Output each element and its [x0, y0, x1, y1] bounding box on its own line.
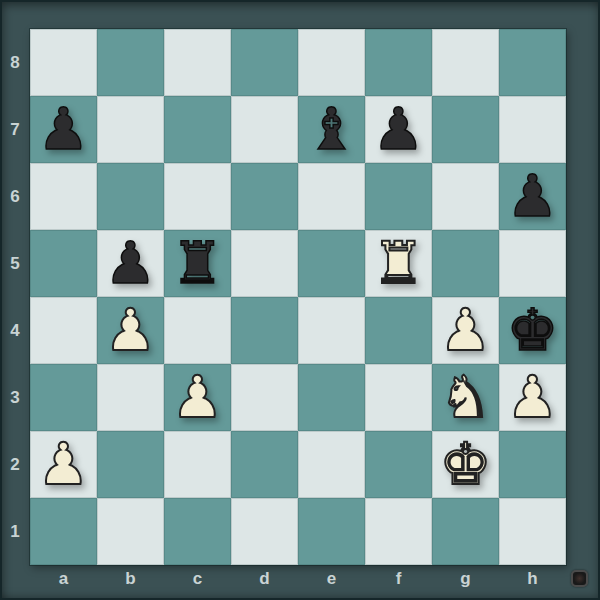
- square-f5[interactable]: ♜: [365, 230, 432, 297]
- square-f2[interactable]: [365, 431, 432, 498]
- chessboard-frame: 87654321 ♟♝♟♟♟♜♜♟♟♚♟♞♟♟♚ abcdefgh: [0, 0, 600, 600]
- square-a4[interactable]: [30, 297, 97, 364]
- square-g8[interactable]: [432, 29, 499, 96]
- square-c1[interactable]: [164, 498, 231, 565]
- square-h8[interactable]: [499, 29, 566, 96]
- square-b3[interactable]: [97, 364, 164, 431]
- rank-label-2: 2: [0, 431, 30, 498]
- square-b5[interactable]: ♟: [97, 230, 164, 297]
- square-e4[interactable]: [298, 297, 365, 364]
- rank-label-3: 3: [0, 364, 30, 431]
- piece-white-king[interactable]: ♚: [440, 431, 492, 498]
- square-g4[interactable]: ♟: [432, 297, 499, 364]
- square-f8[interactable]: [365, 29, 432, 96]
- square-c6[interactable]: [164, 163, 231, 230]
- square-f6[interactable]: [365, 163, 432, 230]
- rank-label-7: 7: [0, 96, 30, 163]
- square-g3[interactable]: ♞: [432, 364, 499, 431]
- piece-black-rook[interactable]: ♜: [172, 230, 224, 297]
- square-h3[interactable]: ♟: [499, 364, 566, 431]
- square-c7[interactable]: [164, 96, 231, 163]
- file-label-b: b: [97, 566, 164, 592]
- square-e7[interactable]: ♝: [298, 96, 365, 163]
- square-a3[interactable]: [30, 364, 97, 431]
- square-g1[interactable]: [432, 498, 499, 565]
- square-e3[interactable]: [298, 364, 365, 431]
- rank-label-1: 1: [0, 498, 30, 565]
- square-e5[interactable]: [298, 230, 365, 297]
- square-d6[interactable]: [231, 163, 298, 230]
- rank-label-6: 6: [0, 163, 30, 230]
- chessboard: ♟♝♟♟♟♜♜♟♟♚♟♞♟♟♚: [30, 29, 566, 565]
- piece-white-pawn[interactable]: ♟: [105, 297, 157, 364]
- square-h5[interactable]: [499, 230, 566, 297]
- file-label-e: e: [298, 566, 365, 592]
- piece-white-pawn[interactable]: ♟: [38, 431, 90, 498]
- piece-black-pawn[interactable]: ♟: [38, 96, 90, 163]
- rank-label-8: 8: [0, 29, 30, 96]
- square-a8[interactable]: [30, 29, 97, 96]
- piece-white-pawn[interactable]: ♟: [172, 364, 224, 431]
- piece-white-knight[interactable]: ♞: [440, 364, 492, 431]
- square-e2[interactable]: [298, 431, 365, 498]
- square-g7[interactable]: [432, 96, 499, 163]
- piece-white-pawn[interactable]: ♟: [440, 297, 492, 364]
- square-a2[interactable]: ♟: [30, 431, 97, 498]
- square-h7[interactable]: [499, 96, 566, 163]
- rank-labels: 87654321: [0, 29, 30, 565]
- piece-black-pawn[interactable]: ♟: [373, 96, 425, 163]
- square-b6[interactable]: [97, 163, 164, 230]
- rank-label-5: 5: [0, 230, 30, 297]
- file-label-d: d: [231, 566, 298, 592]
- rank-label-4: 4: [0, 297, 30, 364]
- file-labels: abcdefgh: [30, 566, 566, 594]
- square-c5[interactable]: ♜: [164, 230, 231, 297]
- square-g5[interactable]: [432, 230, 499, 297]
- file-label-a: a: [30, 566, 97, 592]
- square-d4[interactable]: [231, 297, 298, 364]
- square-f7[interactable]: ♟: [365, 96, 432, 163]
- square-a5[interactable]: [30, 230, 97, 297]
- square-a6[interactable]: [30, 163, 97, 230]
- square-f1[interactable]: [365, 498, 432, 565]
- square-a7[interactable]: ♟: [30, 96, 97, 163]
- square-d7[interactable]: [231, 96, 298, 163]
- piece-white-rook[interactable]: ♜: [373, 230, 425, 297]
- square-d8[interactable]: [231, 29, 298, 96]
- square-f4[interactable]: [365, 297, 432, 364]
- square-b7[interactable]: [97, 96, 164, 163]
- square-d1[interactable]: [231, 498, 298, 565]
- square-g2[interactable]: ♚: [432, 431, 499, 498]
- piece-black-king[interactable]: ♚: [507, 297, 559, 364]
- square-e1[interactable]: [298, 498, 365, 565]
- square-f3[interactable]: [365, 364, 432, 431]
- square-d3[interactable]: [231, 364, 298, 431]
- square-e8[interactable]: [298, 29, 365, 96]
- black-to-move-indicator: [571, 570, 588, 587]
- square-e6[interactable]: [298, 163, 365, 230]
- file-label-f: f: [365, 566, 432, 592]
- square-h6[interactable]: ♟: [499, 163, 566, 230]
- square-c4[interactable]: [164, 297, 231, 364]
- square-b1[interactable]: [97, 498, 164, 565]
- file-label-c: c: [164, 566, 231, 592]
- square-h1[interactable]: [499, 498, 566, 565]
- piece-white-pawn[interactable]: ♟: [507, 364, 559, 431]
- file-label-g: g: [432, 566, 499, 592]
- square-d5[interactable]: [231, 230, 298, 297]
- piece-black-pawn[interactable]: ♟: [507, 163, 559, 230]
- square-a1[interactable]: [30, 498, 97, 565]
- square-c8[interactable]: [164, 29, 231, 96]
- square-c2[interactable]: [164, 431, 231, 498]
- square-b4[interactable]: ♟: [97, 297, 164, 364]
- square-h2[interactable]: [499, 431, 566, 498]
- square-h4[interactable]: ♚: [499, 297, 566, 364]
- square-b2[interactable]: [97, 431, 164, 498]
- square-c3[interactable]: ♟: [164, 364, 231, 431]
- square-b8[interactable]: [97, 29, 164, 96]
- square-d2[interactable]: [231, 431, 298, 498]
- file-label-h: h: [499, 566, 566, 592]
- square-g6[interactable]: [432, 163, 499, 230]
- piece-black-bishop[interactable]: ♝: [306, 96, 358, 163]
- piece-black-pawn[interactable]: ♟: [105, 230, 157, 297]
